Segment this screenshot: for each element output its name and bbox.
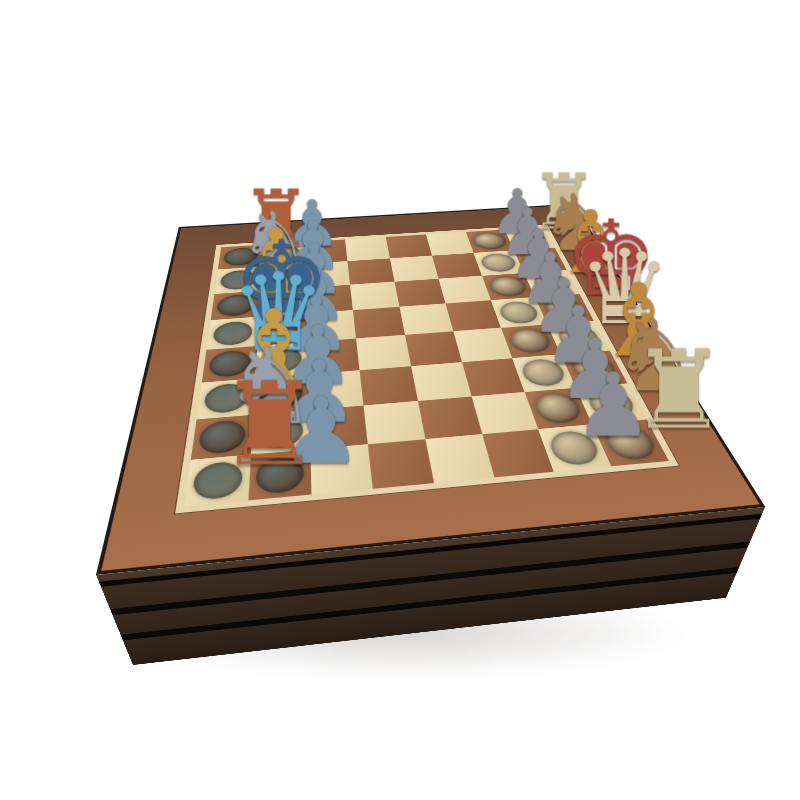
square-a2[interactable]: ♟	[538, 425, 612, 472]
square-b3[interactable]	[471, 392, 537, 435]
square-e4[interactable]	[399, 304, 453, 335]
square-g5[interactable]	[348, 258, 395, 284]
product-photo: ♜♟♟♜♞♟♟♞♝♟♟♝♚♟♟♚♛♟♟♛♝♟♟♝♞♟♟♞♜♟♟♜	[0, 0, 800, 800]
square-g4[interactable]	[390, 256, 438, 282]
square-d3[interactable]	[453, 328, 512, 362]
square-b5[interactable]	[364, 401, 426, 445]
square-a8[interactable]: ♜	[184, 455, 251, 507]
square-e5[interactable]	[353, 307, 405, 339]
square-h4[interactable]	[386, 235, 432, 259]
chess-box: ♜♟♟♜♞♟♟♞♝♟♟♝♚♟♟♚♛♟♟♛♝♟♟♝♞♟♟♞♜♟♟♜	[96, 204, 765, 575]
square-f4[interactable]	[394, 279, 445, 307]
square-h5[interactable]	[345, 237, 390, 261]
square-d4[interactable]	[405, 331, 462, 366]
square-c5[interactable]	[360, 366, 418, 405]
square-d5[interactable]	[356, 335, 411, 370]
square-a5[interactable]	[368, 439, 434, 488]
chess-board: ♜♟♟♜♞♟♟♞♝♟♟♝♚♟♟♚♛♟♟♛♝♟♟♝♞♟♟♞♜♟♟♜	[184, 227, 669, 506]
square-c3[interactable]	[462, 358, 524, 396]
